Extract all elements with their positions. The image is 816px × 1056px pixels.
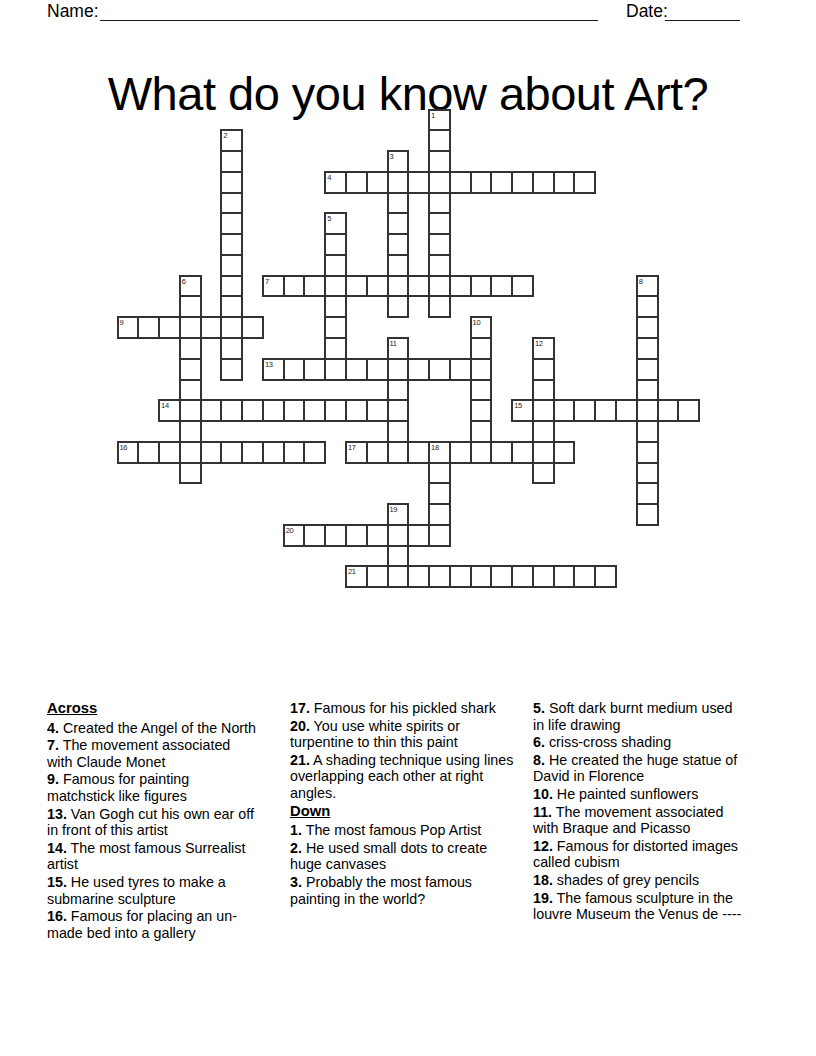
clue-number: 21. [290, 752, 310, 768]
grid-cell-r8c9[interactable] [303, 275, 326, 298]
grid-cell-r8c17[interactable] [470, 275, 493, 298]
grid-cell-r14c3[interactable] [179, 399, 202, 422]
grid-cell-r10c10[interactable] [324, 316, 347, 339]
grid-cell-r13c20[interactable] [532, 379, 555, 402]
grid-cell-r3c11[interactable] [345, 171, 368, 194]
grid-cell-r15c17[interactable] [470, 420, 493, 443]
clue-number: 20. [290, 718, 310, 734]
clue-down-12: 12. Famous for distorted images called c… [533, 838, 742, 871]
grid-cell-r17c15[interactable] [428, 462, 451, 485]
clue-across-20: 20. You use white spirits or turpentine … [290, 718, 515, 751]
grid-cell-r10c3[interactable] [179, 316, 202, 339]
grid-cell-r16c13[interactable] [387, 441, 410, 464]
clue-down-5: 5. Soft dark burnt medium used in life d… [533, 700, 742, 733]
grid-cell-r8c10[interactable] [324, 275, 347, 298]
grid-cell-r11c10[interactable] [324, 337, 347, 360]
grid-cell-r3c20[interactable] [532, 171, 555, 194]
grid-cell-r14c5[interactable] [220, 399, 243, 422]
across-header: Across [47, 700, 259, 717]
clue-across-7: 7. The movement associated with Claude M… [47, 737, 259, 770]
clue-text: Van Gogh cut his own ear off in front of… [47, 806, 254, 839]
grid-cell-r8c14[interactable] [407, 275, 430, 298]
cell-number-6: 6 [182, 277, 186, 286]
cell-number-18: 18 [431, 443, 439, 452]
clue-number: 5. [533, 700, 545, 716]
grid-cell-r3c22[interactable] [573, 171, 596, 194]
cell-number-17: 17 [348, 443, 356, 452]
grid-cell-r8c13[interactable] [387, 275, 410, 298]
grid-cell-r15c25[interactable] [636, 420, 659, 443]
grid-cell-r11c20[interactable]: 12 [532, 337, 555, 360]
grid-cell-r3c5[interactable] [220, 171, 243, 194]
cell-number-4: 4 [327, 173, 331, 182]
grid-cell-r14c19[interactable]: 15 [511, 399, 534, 422]
grid-cell-r15c20[interactable] [532, 420, 555, 443]
grid-cell-r9c15[interactable] [428, 295, 451, 318]
grid-cell-r16c1[interactable] [137, 441, 160, 464]
grid-cell-r14c13[interactable] [387, 399, 410, 422]
grid-cell-r20c11[interactable] [345, 524, 368, 547]
cell-number-20: 20 [286, 526, 294, 535]
clue-down-2: 2. He used small dots to create huge can… [290, 840, 515, 873]
name-label: Name: [47, 1, 99, 22]
grid-cell-r15c3[interactable] [179, 420, 202, 443]
grid-cell-r14c10[interactable] [324, 399, 347, 422]
clue-number: 7. [47, 737, 59, 753]
grid-cell-r3c21[interactable] [553, 171, 576, 194]
grid-cell-r20c8[interactable]: 20 [283, 524, 306, 547]
clue-number: 11. [533, 804, 552, 820]
clue-across-17: 17. Famous for his pickled shark [290, 700, 515, 717]
clue-column-middle: 17. Famous for his pickled shark20. You … [290, 700, 515, 908]
clue-text: Created the Angel of the North [59, 720, 256, 736]
grid-cell-r14c6[interactable] [241, 399, 264, 422]
grid-cell-r16c12[interactable] [366, 441, 389, 464]
grid-cell-r16c4[interactable] [200, 441, 223, 464]
grid-cell-r22c15[interactable] [428, 565, 451, 588]
grid-cell-r8c12[interactable] [366, 275, 389, 298]
grid-cell-r16c6[interactable] [241, 441, 264, 464]
cell-number-14: 14 [161, 401, 169, 410]
date-label: Date: [626, 1, 668, 22]
grid-cell-r3c12[interactable] [366, 171, 389, 194]
grid-cell-r16c21[interactable] [553, 441, 576, 464]
grid-cell-r12c12[interactable] [366, 358, 389, 381]
grid-cell-r22c21[interactable] [553, 565, 576, 588]
cell-number-12: 12 [535, 339, 543, 348]
grid-cell-r14c4[interactable] [200, 399, 223, 422]
grid-cell-r12c16[interactable] [449, 358, 472, 381]
grid-cell-r2c5[interactable] [220, 150, 243, 173]
grid-cell-r9c3[interactable] [179, 295, 202, 318]
cell-number-9: 9 [120, 318, 124, 327]
grid-cell-r22c23[interactable] [594, 565, 617, 588]
grid-cell-r3c15[interactable] [428, 171, 451, 194]
grid-cell-r1c15[interactable] [428, 129, 451, 152]
cell-number-16: 16 [120, 443, 128, 452]
clue-down-19: 19. The famous sculpture in the louvre M… [533, 890, 742, 923]
clue-number: 8. [533, 752, 545, 768]
grid-cell-r16c15[interactable]: 18 [428, 441, 451, 464]
grid-cell-r12c17[interactable] [470, 358, 493, 381]
clue-text: Famous for painting matchstick like figu… [47, 771, 189, 804]
crossword-grid: 123456789101112131415161718192021 [117, 109, 701, 589]
grid-cell-r19c15[interactable] [428, 503, 451, 526]
clue-number: 17. [290, 700, 310, 716]
grid-cell-r14c11[interactable] [345, 399, 368, 422]
grid-cell-r3c16[interactable] [449, 171, 472, 194]
date-blank-line [665, 2, 740, 21]
grid-cell-r8c19[interactable] [511, 275, 534, 298]
grid-cell-r20c14[interactable] [407, 524, 430, 547]
grid-cell-r12c10[interactable] [324, 358, 347, 381]
grid-cell-r14c24[interactable] [615, 399, 638, 422]
grid-cell-r8c3[interactable]: 6 [179, 275, 202, 298]
grid-cell-r12c20[interactable] [532, 358, 555, 381]
clue-text: He used tyres to make a submarine sculpt… [47, 874, 226, 907]
grid-cell-r16c16[interactable] [449, 441, 472, 464]
grid-cell-r14c26[interactable] [657, 399, 680, 422]
grid-cell-r12c25[interactable] [636, 358, 659, 381]
clue-text: Probably the most famous painting in the… [290, 874, 472, 907]
grid-cell-r4c5[interactable] [220, 192, 243, 215]
cell-number-7: 7 [265, 277, 269, 286]
clue-down-18: 18. shades of grey pencils [533, 872, 742, 889]
clue-number: 1. [290, 822, 302, 838]
clue-text: The movement associated with Claude Mone… [47, 737, 230, 770]
grid-cell-r12c9[interactable] [303, 358, 326, 381]
grid-cell-r3c19[interactable] [511, 171, 534, 194]
clue-text: He used small dots to create huge canvas… [290, 840, 487, 873]
cell-number-3: 3 [390, 152, 394, 161]
cell-number-15: 15 [514, 401, 522, 410]
grid-cell-r17c20[interactable] [532, 462, 555, 485]
grid-cell-r16c5[interactable] [220, 441, 243, 464]
grid-cell-r13c17[interactable] [470, 379, 493, 402]
clue-number: 4. [47, 720, 59, 736]
grid-cell-r14c7[interactable] [262, 399, 285, 422]
grid-cell-r14c9[interactable] [303, 399, 326, 422]
grid-cell-r12c11[interactable] [345, 358, 368, 381]
grid-cell-r10c4[interactable] [200, 316, 223, 339]
clue-text: Famous for distorted images called cubis… [533, 838, 738, 871]
clue-down-10: 10. He painted sunflowers [533, 786, 742, 803]
clue-text: The famous sculpture in the louvre Museu… [533, 890, 741, 923]
grid-cell-r3c17[interactable] [470, 171, 493, 194]
grid-cell-r16c9[interactable] [303, 441, 326, 464]
grid-cell-r14c23[interactable] [594, 399, 617, 422]
clue-across-14: 14. The most famous Surrealist artist [47, 840, 259, 873]
clue-number: 12. [533, 838, 553, 854]
grid-cell-r19c13[interactable]: 19 [387, 503, 410, 526]
grid-cell-r16c19[interactable] [511, 441, 534, 464]
cell-number-11: 11 [390, 339, 397, 348]
grid-cell-r18c15[interactable] [428, 482, 451, 505]
grid-cell-r14c27[interactable] [677, 399, 700, 422]
grid-cell-r11c17[interactable] [470, 337, 493, 360]
grid-cell-r11c13[interactable]: 11 [387, 337, 410, 360]
grid-cell-r22c16[interactable] [449, 565, 472, 588]
grid-cell-r2c13[interactable]: 3 [387, 150, 410, 173]
grid-cell-r8c11[interactable] [345, 275, 368, 298]
clue-number: 9. [47, 771, 59, 787]
grid-cell-r5c15[interactable] [428, 212, 451, 235]
grid-cell-r16c20[interactable] [532, 441, 555, 464]
grid-cell-r22c22[interactable] [573, 565, 596, 588]
grid-cell-r9c5[interactable] [220, 295, 243, 318]
grid-cell-r12c7[interactable]: 13 [262, 358, 285, 381]
grid-cell-r13c3[interactable] [179, 379, 202, 402]
name-blank-line [100, 2, 598, 21]
clue-down-11: 11. The movement associated with Braque … [533, 804, 742, 837]
grid-cell-r0c15[interactable]: 1 [428, 109, 451, 132]
grid-cell-r6c13[interactable] [387, 233, 410, 256]
cell-number-10: 10 [473, 318, 481, 327]
grid-cell-r20c15[interactable] [428, 524, 451, 547]
clue-text: The most famous Surrealist artist [47, 840, 245, 873]
grid-cell-r13c25[interactable] [636, 379, 659, 402]
grid-cell-r20c12[interactable] [366, 524, 389, 547]
grid-cell-r8c7[interactable]: 7 [262, 275, 285, 298]
clue-text: A shading technique using lines overlapp… [290, 752, 513, 801]
grid-cell-r10c1[interactable] [137, 316, 160, 339]
clue-number: 15. [47, 874, 67, 890]
grid-cell-r12c5[interactable] [220, 358, 243, 381]
grid-cell-r16c0[interactable]: 16 [117, 441, 140, 464]
grid-cell-r16c17[interactable] [470, 441, 493, 464]
clue-across-16: 16. Famous for placing an un-made bed in… [47, 908, 259, 941]
clue-number: 6. [533, 734, 545, 750]
grid-cell-r12c14[interactable] [407, 358, 430, 381]
clue-number: 16. [47, 908, 67, 924]
grid-cell-r14c22[interactable] [573, 399, 596, 422]
clue-down-6: 6. criss-cross shading [533, 734, 742, 751]
cell-number-8: 8 [639, 277, 643, 286]
cell-number-21: 21 [348, 567, 356, 576]
grid-cell-r4c13[interactable] [387, 192, 410, 215]
grid-cell-r14c21[interactable] [553, 399, 576, 422]
grid-cell-r9c13[interactable] [387, 295, 410, 318]
cell-number-5: 5 [327, 214, 331, 223]
clue-text: You use white spirits or turpentine to t… [290, 718, 460, 751]
grid-cell-r17c25[interactable] [636, 462, 659, 485]
grid-cell-r3c10[interactable]: 4 [324, 171, 347, 194]
grid-cell-r6c5[interactable] [220, 233, 243, 256]
clue-down-3: 3. Probably the most famous painting in … [290, 874, 515, 907]
grid-cell-r8c25[interactable]: 8 [636, 275, 659, 298]
grid-cell-r10c17[interactable]: 10 [470, 316, 493, 339]
grid-cell-r19c25[interactable] [636, 503, 659, 526]
grid-cell-r22c17[interactable] [470, 565, 493, 588]
clue-column-down: 5. Soft dark burnt medium used in life d… [533, 700, 742, 924]
grid-cell-r8c18[interactable] [490, 275, 513, 298]
clue-across-9: 9. Famous for painting matchstick like f… [47, 771, 259, 804]
grid-cell-r8c16[interactable] [449, 275, 472, 298]
grid-cell-r12c13[interactable] [387, 358, 410, 381]
grid-cell-r22c14[interactable] [407, 565, 430, 588]
clue-number: 18. [533, 872, 553, 888]
grid-cell-r11c5[interactable] [220, 337, 243, 360]
grid-cell-r8c8[interactable] [283, 275, 306, 298]
grid-cell-r22c13[interactable] [387, 565, 410, 588]
clue-text: Soft dark burnt medium used in life draw… [533, 700, 732, 733]
grid-cell-r7c5[interactable] [220, 254, 243, 277]
grid-cell-r10c0[interactable]: 9 [117, 316, 140, 339]
clue-number: 3. [290, 874, 302, 890]
grid-cell-r16c25[interactable] [636, 441, 659, 464]
grid-cell-r5c10[interactable]: 5 [324, 212, 347, 235]
grid-cell-r3c14[interactable] [407, 171, 430, 194]
grid-cell-r4c15[interactable] [428, 192, 451, 215]
grid-cell-r6c15[interactable] [428, 233, 451, 256]
grid-cell-r3c13[interactable] [387, 171, 410, 194]
clue-text: He painted sunflowers [553, 786, 698, 802]
clue-text: shades of grey pencils [553, 872, 699, 888]
grid-cell-r3c18[interactable] [490, 171, 513, 194]
grid-cell-r9c10[interactable] [324, 295, 347, 318]
clue-text: The movement associated with Braque and … [533, 804, 723, 837]
grid-cell-r16c7[interactable] [262, 441, 285, 464]
grid-cell-r18c25[interactable] [636, 482, 659, 505]
down-header: Down [290, 803, 515, 820]
grid-cell-r11c3[interactable] [179, 337, 202, 360]
grid-cell-r12c3[interactable] [179, 358, 202, 381]
cell-number-1: 1 [431, 111, 435, 120]
clue-across-13: 13. Van Gogh cut his own ear off in fron… [47, 806, 259, 839]
clue-across-21: 21. A shading technique using lines over… [290, 752, 515, 802]
grid-cell-r14c20[interactable] [532, 399, 555, 422]
grid-cell-r10c5[interactable] [220, 316, 243, 339]
clue-number: 14. [47, 840, 67, 856]
grid-cell-r20c9[interactable] [303, 524, 326, 547]
grid-cell-r15c13[interactable] [387, 420, 410, 443]
grid-cell-r5c5[interactable] [220, 212, 243, 235]
grid-cell-r16c2[interactable] [158, 441, 181, 464]
clue-down-1: 1. The most famous Pop Artist [290, 822, 515, 839]
grid-cell-r16c11[interactable]: 17 [345, 441, 368, 464]
grid-cell-r8c15[interactable] [428, 275, 451, 298]
clue-text: Famous for placing an un-made bed into a… [47, 908, 237, 941]
grid-cell-r10c25[interactable] [636, 316, 659, 339]
clue-number: 13. [47, 806, 67, 822]
grid-cell-r21c13[interactable] [387, 545, 410, 568]
grid-cell-r6c10[interactable] [324, 233, 347, 256]
clue-column-across: Across4. Created the Angel of the North7… [47, 700, 259, 942]
grid-cell-r16c3[interactable] [179, 441, 202, 464]
grid-cell-r12c8[interactable] [283, 358, 306, 381]
grid-cell-r22c18[interactable] [490, 565, 513, 588]
grid-cell-r1c5[interactable]: 2 [220, 129, 243, 152]
grid-cell-r16c8[interactable] [283, 441, 306, 464]
clue-text: He created the huge statue of David in F… [533, 752, 737, 785]
grid-cell-r2c15[interactable] [428, 150, 451, 173]
clue-number: 2. [290, 840, 302, 856]
grid-cell-r17c3[interactable] [179, 462, 202, 485]
grid-cell-r22c11[interactable]: 21 [345, 565, 368, 588]
grid-cell-r22c20[interactable] [532, 565, 555, 588]
grid-cell-r16c14[interactable] [407, 441, 430, 464]
grid-cell-r10c2[interactable] [158, 316, 181, 339]
grid-cell-r14c8[interactable] [283, 399, 306, 422]
grid-cell-r22c12[interactable] [366, 565, 389, 588]
grid-cell-r11c25[interactable] [636, 337, 659, 360]
grid-cell-r20c13[interactable] [387, 524, 410, 547]
cell-number-13: 13 [265, 360, 273, 369]
clue-text: The most famous Pop Artist [302, 822, 481, 838]
grid-cell-r8c5[interactable] [220, 275, 243, 298]
grid-cell-r5c13[interactable] [387, 212, 410, 235]
cell-number-19: 19 [390, 505, 398, 514]
grid-cell-r14c25[interactable] [636, 399, 659, 422]
clue-text: Famous for his pickled shark [310, 700, 496, 716]
grid-cell-r20c10[interactable] [324, 524, 347, 547]
grid-cell-r7c13[interactable] [387, 254, 410, 277]
grid-cell-r10c6[interactable] [241, 316, 264, 339]
grid-cell-r13c13[interactable] [387, 379, 410, 402]
grid-cell-r22c19[interactable] [511, 565, 534, 588]
clue-across-4: 4. Created the Angel of the North [47, 720, 259, 737]
grid-cell-r9c25[interactable] [636, 295, 659, 318]
grid-cell-r7c15[interactable] [428, 254, 451, 277]
clue-number: 10. [533, 786, 553, 802]
clue-down-8: 8. He created the huge statue of David i… [533, 752, 742, 785]
clue-across-15: 15. He used tyres to make a submarine sc… [47, 874, 259, 907]
grid-cell-r12c15[interactable] [428, 358, 451, 381]
grid-cell-r14c12[interactable] [366, 399, 389, 422]
grid-cell-r7c10[interactable] [324, 254, 347, 277]
grid-cell-r14c17[interactable] [470, 399, 493, 422]
grid-cell-r16c18[interactable] [490, 441, 513, 464]
cell-number-2: 2 [223, 131, 227, 140]
clue-text: criss-cross shading [545, 734, 671, 750]
clue-number: 19. [533, 890, 553, 906]
grid-cell-r14c2[interactable]: 14 [158, 399, 181, 422]
